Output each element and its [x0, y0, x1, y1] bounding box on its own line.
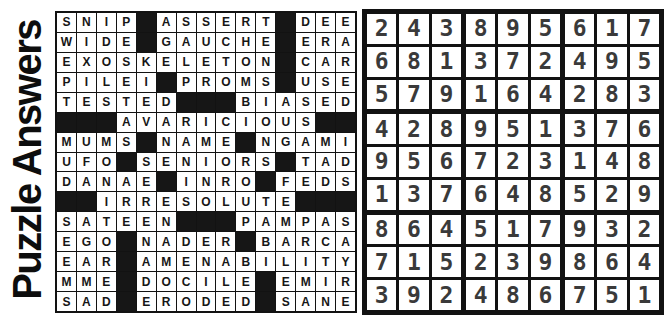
sudoku-cell: 9: [367, 147, 396, 177]
crossword-black-cell: [197, 212, 216, 231]
sudoku-cell: 4: [432, 215, 461, 245]
sudoku-cell: 8: [630, 147, 659, 177]
crossword-cell: E: [276, 192, 295, 211]
sudoku-box: 517239486: [466, 215, 560, 310]
sudoku-cell: 7: [367, 247, 396, 277]
page-title: Puzzle Answers: [0, 0, 54, 320]
crossword-cell: C: [177, 272, 196, 291]
crossword-cell: M: [157, 252, 176, 271]
sudoku-box: 864715392: [367, 215, 461, 310]
sudoku-cell: 9: [531, 247, 560, 277]
crossword-cell: I: [77, 73, 96, 92]
crossword-cell: I: [256, 93, 275, 112]
crossword-cell: N: [177, 153, 196, 172]
crossword-cell: E: [57, 252, 76, 271]
sudoku-cell: 3: [498, 247, 527, 277]
sudoku-cell: 8: [597, 80, 626, 110]
crossword-cell: D: [97, 33, 116, 52]
crossword-cell: D: [157, 93, 176, 112]
crossword-black-cell: [276, 53, 295, 72]
crossword-cell: D: [197, 292, 216, 311]
crossword-cell: O: [236, 53, 255, 72]
sudoku-cell: 4: [367, 114, 396, 144]
crossword-cell: O: [97, 232, 116, 251]
crossword-cell: D: [177, 232, 196, 251]
crossword-cell: A: [157, 232, 176, 251]
sudoku-cell: 9: [597, 47, 626, 77]
crossword-cell: E: [157, 192, 176, 211]
crossword-cell: N: [77, 13, 96, 32]
crossword-cell: E: [117, 212, 136, 231]
crossword-cell: U: [296, 73, 315, 92]
crossword-cell: S: [177, 192, 196, 211]
crossword-cell: S: [296, 93, 315, 112]
crossword-cell: B: [256, 232, 275, 251]
sudoku-cell: 5: [432, 247, 461, 277]
sudoku-cell: 3: [432, 14, 461, 44]
crossword-cell: I: [236, 113, 255, 132]
sudoku-cell: 3: [565, 114, 594, 144]
sudoku-box: 428956137: [367, 114, 461, 209]
sudoku-cell: 2: [630, 215, 659, 245]
crossword-cell: V: [137, 113, 156, 132]
sudoku-cell: 7: [630, 14, 659, 44]
sudoku-cell: 9: [565, 215, 594, 245]
sudoku-box: 617495283: [565, 14, 659, 109]
crossword-cell: A: [296, 133, 315, 152]
crossword-cell: L: [276, 252, 295, 271]
crossword-cell: I: [197, 272, 216, 291]
sudoku-cell: 8: [498, 280, 527, 310]
crossword-cell: I: [177, 172, 196, 191]
sudoku-box: 895372164: [466, 14, 560, 109]
crossword-cell: U: [57, 153, 76, 172]
sudoku-box: 932864751: [565, 215, 659, 310]
crossword-black-cell: [296, 192, 315, 211]
sudoku-cell: 2: [565, 80, 594, 110]
crossword-cell: M: [236, 73, 255, 92]
crossword-cell: O: [97, 153, 116, 172]
sudoku-cell: 4: [498, 180, 527, 210]
crossword-cell: M: [276, 212, 295, 231]
sudoku-cell: 6: [432, 147, 461, 177]
sudoku-cell: 8: [466, 14, 495, 44]
crossword-cell: M: [97, 133, 116, 152]
sudoku-box: 951723648: [466, 114, 560, 209]
crossword-black-cell: [256, 292, 275, 311]
crossword-cell: A: [77, 212, 96, 231]
crossword-cell: E: [316, 13, 335, 32]
crossword-black-cell: [157, 73, 176, 92]
crossword-cell: T: [117, 93, 136, 112]
sudoku-cell: 6: [531, 280, 560, 310]
crossword-black-cell: [336, 192, 355, 211]
sudoku-cell: 6: [367, 47, 396, 77]
crossword-cell: A: [316, 53, 335, 72]
sudoku-box: 376148529: [565, 114, 659, 209]
crossword-cell: C: [296, 53, 315, 72]
crossword-cell: I: [97, 13, 116, 32]
crossword-cell: N: [197, 252, 216, 271]
crossword-cell: P: [57, 73, 76, 92]
crossword-black-cell: [97, 113, 116, 132]
crossword-cell: E: [316, 93, 335, 112]
crossword-cell: D: [336, 153, 355, 172]
crossword-cell: G: [276, 133, 295, 152]
crossword-black-cell: [117, 292, 136, 311]
crossword-cell: E: [157, 153, 176, 172]
crossword-cell: E: [57, 232, 76, 251]
sudoku-cell: 5: [498, 114, 527, 144]
crossword-cell: T: [97, 212, 116, 231]
crossword-cell: O: [256, 113, 275, 132]
crossword-cell: E: [57, 53, 76, 72]
crossword-cell: S: [316, 73, 335, 92]
sudoku-cell: 1: [432, 47, 461, 77]
crossword-cell: R: [117, 192, 136, 211]
crossword-cell: G: [157, 33, 176, 52]
sudoku-cell: 8: [565, 247, 594, 277]
sudoku-cell: 9: [466, 114, 495, 144]
crossword-cell: C: [216, 33, 235, 52]
crossword-black-cell: [316, 192, 335, 211]
crossword-cell: E: [137, 212, 156, 231]
crossword-cell: A: [336, 33, 355, 52]
sudoku-cell: 3: [367, 280, 396, 310]
crossword-cell: D: [296, 13, 315, 32]
crossword-cell: S: [57, 292, 76, 311]
crossword-cell: R: [137, 192, 156, 211]
sudoku-cell: 2: [597, 180, 626, 210]
crossword-cell: A: [316, 212, 335, 231]
crossword-cell: M: [57, 133, 76, 152]
page-title-text: Puzzle Answers: [5, 20, 50, 300]
crossword-cell: A: [137, 252, 156, 271]
sudoku-cell: 6: [498, 80, 527, 110]
crossword-cell: R: [197, 73, 216, 92]
sudoku-cell: 1: [498, 215, 527, 245]
sudoku-cell: 1: [531, 114, 560, 144]
crossword-cell: U: [276, 113, 295, 132]
crossword-cell: H: [236, 33, 255, 52]
crossword-cell: E: [216, 292, 235, 311]
sudoku-cell: 1: [565, 147, 594, 177]
sudoku-cell: 5: [399, 147, 428, 177]
crossword-black-cell: [276, 33, 295, 52]
sudoku-cell: 4: [565, 47, 594, 77]
crossword-cell: N: [157, 212, 176, 231]
crossword-cell: A: [177, 133, 196, 152]
crossword-black-cell: [177, 93, 196, 112]
crossword-cell: S: [177, 13, 196, 32]
crossword-cell: D: [336, 93, 355, 112]
crossword-black-cell: [197, 93, 216, 112]
crossword-black-cell: [77, 192, 96, 211]
crossword-cell: S: [296, 113, 315, 132]
sudoku-cell: 3: [399, 180, 428, 210]
crossword-cell: P: [117, 13, 136, 32]
crossword-cell: A: [276, 232, 295, 251]
sudoku-cell: 5: [466, 215, 495, 245]
crossword-black-cell: [276, 73, 295, 92]
sudoku-cell: 7: [565, 280, 594, 310]
crossword-cell: N: [157, 133, 176, 152]
sudoku-cell: 7: [466, 147, 495, 177]
crossword-cell: E: [97, 272, 116, 291]
crossword-cell: R: [157, 292, 176, 311]
sudoku-cell: 1: [399, 247, 428, 277]
crossword-cell: E: [197, 232, 216, 251]
sudoku-cell: 7: [399, 80, 428, 110]
sudoku-cell: 8: [399, 47, 428, 77]
sudoku-cell: 9: [432, 80, 461, 110]
sudoku-cell: 4: [466, 280, 495, 310]
crossword-black-cell: [256, 172, 275, 191]
crossword-cell: A: [296, 292, 315, 311]
crossword-cell: E: [117, 33, 136, 52]
crossword-cell: R: [296, 232, 315, 251]
crossword-cell: D: [97, 292, 116, 311]
crossword-cell: W: [57, 33, 76, 52]
crossword-cell: T: [256, 13, 275, 32]
crossword-cell: F: [77, 153, 96, 172]
crossword-cell: S: [117, 53, 136, 72]
crossword-black-cell: [336, 113, 355, 132]
crossword-cell: S: [57, 13, 76, 32]
crossword-cell: O: [216, 153, 235, 172]
crossword-black-cell: [216, 212, 235, 231]
crossword-cell: E: [137, 172, 156, 191]
crossword-cell: A: [256, 212, 275, 231]
sudoku-cell: 3: [466, 47, 495, 77]
crossword-cell: P: [236, 212, 255, 231]
sudoku-cell: 3: [630, 80, 659, 110]
crossword-cell: A: [276, 93, 295, 112]
crossword-cell: A: [336, 232, 355, 251]
crossword-cell: A: [117, 113, 136, 132]
sudoku-cell: 1: [367, 180, 396, 210]
crossword-cell: I: [197, 153, 216, 172]
sudoku-cell: 8: [531, 180, 560, 210]
crossword-cell: S: [256, 153, 275, 172]
crossword-black-cell: [157, 172, 176, 191]
crossword-cell: F: [276, 172, 295, 191]
crossword-black-cell: [276, 13, 295, 32]
crossword-cell: U: [77, 133, 96, 152]
sudoku-cell: 6: [466, 180, 495, 210]
crossword-cell: N: [316, 292, 335, 311]
sudoku-cell: 5: [597, 280, 626, 310]
crossword-cell: S: [117, 133, 136, 152]
crossword-black-cell: [276, 153, 295, 172]
crossword-cell: E: [216, 13, 235, 32]
crossword-cell: E: [296, 33, 315, 52]
crossword-black-cell: [57, 192, 76, 211]
crossword-cell: E: [296, 172, 315, 191]
crossword-cell: R: [336, 272, 355, 291]
crossword-cell: X: [77, 53, 96, 72]
sudoku-cell: 1: [630, 280, 659, 310]
sudoku-cell: 2: [498, 147, 527, 177]
sudoku-cell: 5: [531, 14, 560, 44]
sudoku-cell: 3: [531, 147, 560, 177]
crossword-cell: N: [197, 172, 216, 191]
crossword-black-cell: [236, 133, 255, 152]
crossword-cell: T: [57, 93, 76, 112]
crossword-black-cell: [236, 232, 255, 251]
crossword-cell: R: [336, 53, 355, 72]
sudoku-cell: 2: [432, 280, 461, 310]
crossword-cell: A: [77, 252, 96, 271]
crossword-cell: A: [117, 172, 136, 191]
crossword-cell: O: [216, 73, 235, 92]
crossword-cell: B: [236, 93, 255, 112]
crossword-cell: S: [197, 13, 216, 32]
crossword-cell: E: [137, 292, 156, 311]
sudoku-cell: 5: [630, 47, 659, 77]
crossword-cell: M: [77, 272, 96, 291]
sudoku-cell: 6: [597, 247, 626, 277]
sudoku-cell: 1: [597, 14, 626, 44]
sudoku-box: 243681579: [367, 14, 461, 109]
crossword-cell: M: [316, 133, 335, 152]
crossword-cell: P: [296, 212, 315, 231]
sudoku-cell: 4: [531, 80, 560, 110]
crossword-cell: I: [316, 272, 335, 291]
crossword-cell: I: [137, 73, 156, 92]
crossword-cell: I: [296, 252, 315, 271]
sudoku-cell: 2: [531, 47, 560, 77]
crossword-cell: M: [197, 133, 216, 152]
sudoku-cell: 2: [399, 114, 428, 144]
crossword-cell: O: [236, 172, 255, 191]
crossword-black-cell: [117, 153, 136, 172]
crossword-cell: R: [97, 252, 116, 271]
sudoku-cell: 4: [630, 247, 659, 277]
crossword-cell: U: [236, 192, 255, 211]
crossword-cell: L: [97, 73, 116, 92]
sudoku-cell: 4: [399, 14, 428, 44]
crossword-cell: A: [316, 153, 335, 172]
crossword-cell: A: [216, 252, 235, 271]
crossword-cell: E: [256, 33, 275, 52]
crossword-cell: E: [336, 73, 355, 92]
crossword-black-cell: [216, 93, 235, 112]
crossword-cell: Y: [336, 252, 355, 271]
sudoku-cell: 5: [367, 80, 396, 110]
sudoku-cell: 7: [531, 215, 560, 245]
crossword-cell: S: [256, 73, 275, 92]
crossword-cell: O: [157, 272, 176, 291]
sudoku-cell: 7: [597, 114, 626, 144]
crossword-cell: R: [316, 33, 335, 52]
sudoku-cell: 5: [565, 180, 594, 210]
sudoku-cell: 2: [466, 247, 495, 277]
crossword-cell: O: [97, 53, 116, 72]
crossword-cell: N: [256, 53, 275, 72]
crossword-cell: E: [236, 272, 255, 291]
sudoku-cell: 2: [367, 14, 396, 44]
crossword-grid: SNIPASSERTDEEWIDEGAUCHEERAEXOSKELETONCAR…: [55, 11, 357, 313]
crossword-black-cell: [117, 272, 136, 291]
crossword-cell: L: [216, 272, 235, 291]
crossword-cell: N: [137, 232, 156, 251]
crossword-cell: E: [77, 93, 96, 112]
crossword-cell: E: [137, 93, 156, 112]
crossword-black-cell: [137, 13, 156, 32]
crossword-black-cell: [316, 113, 335, 132]
crossword-cell: R: [177, 113, 196, 132]
crossword-cell: E: [157, 53, 176, 72]
sudoku-cell: 7: [432, 180, 461, 210]
crossword-cell: M: [57, 272, 76, 291]
sudoku-cell: 6: [399, 215, 428, 245]
crossword-cell: T: [296, 153, 315, 172]
crossword-black-cell: [57, 113, 76, 132]
sudoku-cell: 9: [498, 14, 527, 44]
crossword-cell: S: [97, 93, 116, 112]
crossword-cell: G: [77, 232, 96, 251]
crossword-cell: D: [137, 272, 156, 291]
crossword-black-cell: [137, 33, 156, 52]
crossword-cell: E: [216, 133, 235, 152]
sudoku-cell: 4: [597, 147, 626, 177]
sudoku-cell: 8: [367, 215, 396, 245]
sudoku-cell: 3: [597, 215, 626, 245]
crossword-cell: L: [216, 192, 235, 211]
crossword-cell: S: [336, 172, 355, 191]
crossword-cell: E: [197, 53, 216, 72]
crossword-cell: O: [177, 292, 196, 311]
sudoku-cell: 1: [466, 80, 495, 110]
crossword-cell: A: [77, 172, 96, 191]
crossword-cell: E: [336, 292, 355, 311]
crossword-cell: I: [197, 113, 216, 132]
crossword-cell: C: [216, 113, 235, 132]
crossword-cell: A: [157, 13, 176, 32]
sudoku-cell: 8: [432, 114, 461, 144]
crossword-black-cell: [256, 272, 275, 291]
crossword-cell: N: [97, 172, 116, 191]
crossword-black-cell: [117, 252, 136, 271]
crossword-cell: D: [316, 172, 335, 191]
crossword-cell: R: [216, 232, 235, 251]
crossword-black-cell: [177, 212, 196, 231]
crossword-cell: I: [336, 133, 355, 152]
sudoku-cell: 7: [498, 47, 527, 77]
crossword-cell: O: [197, 192, 216, 211]
crossword-cell: M: [296, 272, 315, 291]
crossword-cell: T: [316, 252, 335, 271]
crossword-black-cell: [117, 232, 136, 251]
crossword-cell: S: [137, 153, 156, 172]
crossword-cell: S: [336, 212, 355, 231]
crossword-cell: T: [256, 192, 275, 211]
crossword-cell: S: [57, 212, 76, 231]
crossword-cell: E: [177, 252, 196, 271]
crossword-cell: A: [157, 113, 176, 132]
crossword-cell: I: [77, 33, 96, 52]
crossword-cell: B: [236, 252, 255, 271]
crossword-cell: T: [216, 53, 235, 72]
sudoku-cell: 9: [399, 280, 428, 310]
crossword-cell: I: [97, 192, 116, 211]
crossword-cell: P: [177, 73, 196, 92]
crossword-cell: E: [336, 13, 355, 32]
sudoku-cell: 6: [630, 114, 659, 144]
crossword-cell: S: [276, 292, 295, 311]
crossword-cell: R: [216, 172, 235, 191]
